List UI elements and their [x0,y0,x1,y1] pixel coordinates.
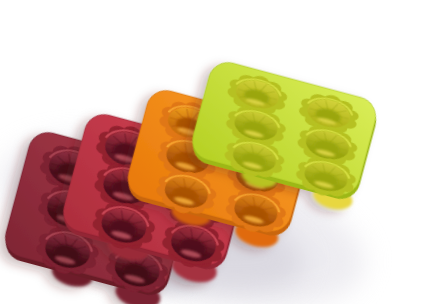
photo-silicone-baking-molds [0,0,424,304]
photo-svg [0,0,424,304]
